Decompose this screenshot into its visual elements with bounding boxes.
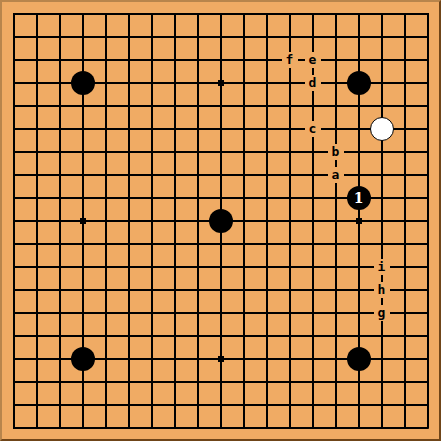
- intersection-19-4[interactable]: [416, 71, 439, 94]
- intersection-17-1[interactable]: [370, 2, 393, 25]
- intersection-5-5[interactable]: [94, 94, 117, 117]
- intersection-19-5[interactable]: [416, 94, 439, 117]
- intersection-14-17[interactable]: [301, 370, 324, 393]
- intersection-13-14[interactable]: [278, 301, 301, 324]
- intersection-6-18[interactable]: [117, 393, 140, 416]
- intersection-6-16[interactable]: [117, 347, 140, 370]
- intersection-5-9[interactable]: [94, 186, 117, 209]
- intersection-4-10[interactable]: [71, 209, 94, 232]
- intersection-18-11[interactable]: [393, 232, 416, 255]
- intersection-17-7[interactable]: [370, 140, 393, 163]
- intersection-17-17[interactable]: [370, 370, 393, 393]
- intersection-10-8[interactable]: [209, 163, 232, 186]
- intersection-15-12[interactable]: [324, 255, 347, 278]
- intersection-18-7[interactable]: [393, 140, 416, 163]
- intersection-2-16[interactable]: [25, 347, 48, 370]
- intersection-3-16[interactable]: [48, 347, 71, 370]
- intersection-1-4[interactable]: [2, 71, 25, 94]
- intersection-9-7[interactable]: [186, 140, 209, 163]
- intersection-1-5[interactable]: [2, 94, 25, 117]
- intersection-5-6[interactable]: [94, 117, 117, 140]
- intersection-8-4[interactable]: [163, 71, 186, 94]
- intersection-9-19[interactable]: [186, 416, 209, 439]
- intersection-11-10[interactable]: [232, 209, 255, 232]
- intersection-2-13[interactable]: [25, 278, 48, 301]
- intersection-10-15[interactable]: [209, 324, 232, 347]
- intersection-5-16[interactable]: [94, 347, 117, 370]
- intersection-16-4[interactable]: [347, 71, 370, 94]
- intersection-12-15[interactable]: [255, 324, 278, 347]
- intersection-7-7[interactable]: [140, 140, 163, 163]
- intersection-9-6[interactable]: [186, 117, 209, 140]
- intersection-9-2[interactable]: [186, 25, 209, 48]
- intersection-3-13[interactable]: [48, 278, 71, 301]
- intersection-3-6[interactable]: [48, 117, 71, 140]
- intersection-18-16[interactable]: [393, 347, 416, 370]
- intersection-19-8[interactable]: [416, 163, 439, 186]
- intersection-13-16[interactable]: [278, 347, 301, 370]
- intersection-9-13[interactable]: [186, 278, 209, 301]
- intersection-17-6[interactable]: [370, 117, 393, 140]
- intersection-16-2[interactable]: [347, 25, 370, 48]
- intersection-15-8[interactable]: a: [324, 163, 347, 186]
- intersection-8-15[interactable]: [163, 324, 186, 347]
- intersection-8-6[interactable]: [163, 117, 186, 140]
- intersection-3-15[interactable]: [48, 324, 71, 347]
- intersection-12-4[interactable]: [255, 71, 278, 94]
- intersection-2-12[interactable]: [25, 255, 48, 278]
- intersection-13-5[interactable]: [278, 94, 301, 117]
- intersection-9-5[interactable]: [186, 94, 209, 117]
- intersection-10-6[interactable]: [209, 117, 232, 140]
- intersection-2-4[interactable]: [25, 71, 48, 94]
- intersection-10-16[interactable]: [209, 347, 232, 370]
- intersection-18-13[interactable]: [393, 278, 416, 301]
- intersection-2-10[interactable]: [25, 209, 48, 232]
- intersection-3-2[interactable]: [48, 25, 71, 48]
- intersection-13-13[interactable]: [278, 278, 301, 301]
- intersection-15-17[interactable]: [324, 370, 347, 393]
- intersection-8-13[interactable]: [163, 278, 186, 301]
- intersection-2-18[interactable]: [25, 393, 48, 416]
- intersection-14-3[interactable]: e: [301, 48, 324, 71]
- intersection-5-12[interactable]: [94, 255, 117, 278]
- intersection-17-14[interactable]: g: [370, 301, 393, 324]
- intersection-19-11[interactable]: [416, 232, 439, 255]
- intersection-17-2[interactable]: [370, 25, 393, 48]
- intersection-3-3[interactable]: [48, 48, 71, 71]
- intersection-6-14[interactable]: [117, 301, 140, 324]
- intersection-10-13[interactable]: [209, 278, 232, 301]
- intersection-4-19[interactable]: [71, 416, 94, 439]
- intersection-16-6[interactable]: [347, 117, 370, 140]
- intersection-6-13[interactable]: [117, 278, 140, 301]
- intersection-3-14[interactable]: [48, 301, 71, 324]
- intersection-18-3[interactable]: [393, 48, 416, 71]
- intersection-5-15[interactable]: [94, 324, 117, 347]
- intersection-6-19[interactable]: [117, 416, 140, 439]
- intersection-17-8[interactable]: [370, 163, 393, 186]
- intersection-10-5[interactable]: [209, 94, 232, 117]
- intersection-13-3[interactable]: f: [278, 48, 301, 71]
- intersection-14-19[interactable]: [301, 416, 324, 439]
- intersection-1-19[interactable]: [2, 416, 25, 439]
- intersection-18-18[interactable]: [393, 393, 416, 416]
- intersection-5-1[interactable]: [94, 2, 117, 25]
- intersection-13-11[interactable]: [278, 232, 301, 255]
- intersection-9-12[interactable]: [186, 255, 209, 278]
- intersection-12-11[interactable]: [255, 232, 278, 255]
- intersection-7-14[interactable]: [140, 301, 163, 324]
- intersection-8-2[interactable]: [163, 25, 186, 48]
- intersection-13-12[interactable]: [278, 255, 301, 278]
- intersection-12-9[interactable]: [255, 186, 278, 209]
- intersection-14-5[interactable]: [301, 94, 324, 117]
- intersection-11-12[interactable]: [232, 255, 255, 278]
- intersection-16-16[interactable]: [347, 347, 370, 370]
- intersection-2-11[interactable]: [25, 232, 48, 255]
- intersection-9-3[interactable]: [186, 48, 209, 71]
- intersection-7-1[interactable]: [140, 2, 163, 25]
- intersection-15-10[interactable]: [324, 209, 347, 232]
- intersection-14-11[interactable]: [301, 232, 324, 255]
- intersection-19-17[interactable]: [416, 370, 439, 393]
- intersection-6-11[interactable]: [117, 232, 140, 255]
- intersection-5-10[interactable]: [94, 209, 117, 232]
- intersection-18-17[interactable]: [393, 370, 416, 393]
- intersection-12-16[interactable]: [255, 347, 278, 370]
- intersection-18-8[interactable]: [393, 163, 416, 186]
- intersection-18-10[interactable]: [393, 209, 416, 232]
- intersection-6-5[interactable]: [117, 94, 140, 117]
- intersection-8-7[interactable]: [163, 140, 186, 163]
- intersection-11-2[interactable]: [232, 25, 255, 48]
- intersection-1-9[interactable]: [2, 186, 25, 209]
- intersection-7-10[interactable]: [140, 209, 163, 232]
- intersection-6-4[interactable]: [117, 71, 140, 94]
- intersection-14-7[interactable]: [301, 140, 324, 163]
- intersection-17-16[interactable]: [370, 347, 393, 370]
- intersection-15-18[interactable]: [324, 393, 347, 416]
- intersection-7-3[interactable]: [140, 48, 163, 71]
- intersection-12-12[interactable]: [255, 255, 278, 278]
- intersection-15-19[interactable]: [324, 416, 347, 439]
- intersection-3-5[interactable]: [48, 94, 71, 117]
- intersection-12-10[interactable]: [255, 209, 278, 232]
- intersection-8-5[interactable]: [163, 94, 186, 117]
- intersection-15-1[interactable]: [324, 2, 347, 25]
- intersection-3-19[interactable]: [48, 416, 71, 439]
- intersection-13-17[interactable]: [278, 370, 301, 393]
- intersection-10-17[interactable]: [209, 370, 232, 393]
- intersection-18-4[interactable]: [393, 71, 416, 94]
- intersection-7-19[interactable]: [140, 416, 163, 439]
- intersection-10-1[interactable]: [209, 2, 232, 25]
- intersection-16-5[interactable]: [347, 94, 370, 117]
- intersection-14-8[interactable]: [301, 163, 324, 186]
- intersection-2-8[interactable]: [25, 163, 48, 186]
- intersection-10-9[interactable]: [209, 186, 232, 209]
- intersection-5-11[interactable]: [94, 232, 117, 255]
- intersection-14-13[interactable]: [301, 278, 324, 301]
- intersection-13-2[interactable]: [278, 25, 301, 48]
- intersection-11-6[interactable]: [232, 117, 255, 140]
- intersection-9-9[interactable]: [186, 186, 209, 209]
- intersection-8-16[interactable]: [163, 347, 186, 370]
- intersection-14-10[interactable]: [301, 209, 324, 232]
- intersection-12-13[interactable]: [255, 278, 278, 301]
- intersection-15-4[interactable]: [324, 71, 347, 94]
- intersection-2-3[interactable]: [25, 48, 48, 71]
- intersection-2-5[interactable]: [25, 94, 48, 117]
- intersection-6-8[interactable]: [117, 163, 140, 186]
- intersection-3-17[interactable]: [48, 370, 71, 393]
- intersection-10-2[interactable]: [209, 25, 232, 48]
- intersection-14-6[interactable]: c: [301, 117, 324, 140]
- intersection-8-18[interactable]: [163, 393, 186, 416]
- intersection-13-10[interactable]: [278, 209, 301, 232]
- intersection-3-9[interactable]: [48, 186, 71, 209]
- intersection-6-1[interactable]: [117, 2, 140, 25]
- intersection-8-19[interactable]: [163, 416, 186, 439]
- intersection-19-10[interactable]: [416, 209, 439, 232]
- intersection-13-19[interactable]: [278, 416, 301, 439]
- intersection-18-12[interactable]: [393, 255, 416, 278]
- intersection-5-18[interactable]: [94, 393, 117, 416]
- intersection-14-4[interactable]: d: [301, 71, 324, 94]
- intersection-9-18[interactable]: [186, 393, 209, 416]
- intersection-10-10[interactable]: [209, 209, 232, 232]
- intersection-12-6[interactable]: [255, 117, 278, 140]
- intersection-12-7[interactable]: [255, 140, 278, 163]
- intersection-7-15[interactable]: [140, 324, 163, 347]
- intersection-3-8[interactable]: [48, 163, 71, 186]
- intersection-1-7[interactable]: [2, 140, 25, 163]
- intersection-19-1[interactable]: [416, 2, 439, 25]
- intersection-2-19[interactable]: [25, 416, 48, 439]
- intersection-2-6[interactable]: [25, 117, 48, 140]
- intersection-10-3[interactable]: [209, 48, 232, 71]
- intersection-4-5[interactable]: [71, 94, 94, 117]
- intersection-7-6[interactable]: [140, 117, 163, 140]
- intersection-2-9[interactable]: [25, 186, 48, 209]
- intersection-9-11[interactable]: [186, 232, 209, 255]
- intersection-7-16[interactable]: [140, 347, 163, 370]
- intersection-13-4[interactable]: [278, 71, 301, 94]
- intersection-4-17[interactable]: [71, 370, 94, 393]
- intersection-18-14[interactable]: [393, 301, 416, 324]
- intersection-12-17[interactable]: [255, 370, 278, 393]
- intersection-8-12[interactable]: [163, 255, 186, 278]
- intersection-17-5[interactable]: [370, 94, 393, 117]
- intersection-17-4[interactable]: [370, 71, 393, 94]
- intersection-8-14[interactable]: [163, 301, 186, 324]
- intersection-12-2[interactable]: [255, 25, 278, 48]
- intersection-16-10[interactable]: [347, 209, 370, 232]
- intersection-13-9[interactable]: [278, 186, 301, 209]
- intersection-5-4[interactable]: [94, 71, 117, 94]
- intersection-12-18[interactable]: [255, 393, 278, 416]
- intersection-1-15[interactable]: [2, 324, 25, 347]
- intersection-6-9[interactable]: [117, 186, 140, 209]
- intersection-1-13[interactable]: [2, 278, 25, 301]
- intersection-11-18[interactable]: [232, 393, 255, 416]
- intersection-15-2[interactable]: [324, 25, 347, 48]
- intersection-5-2[interactable]: [94, 25, 117, 48]
- intersection-13-15[interactable]: [278, 324, 301, 347]
- intersection-14-14[interactable]: [301, 301, 324, 324]
- intersection-4-9[interactable]: [71, 186, 94, 209]
- intersection-14-9[interactable]: [301, 186, 324, 209]
- intersection-4-18[interactable]: [71, 393, 94, 416]
- intersection-1-3[interactable]: [2, 48, 25, 71]
- intersection-15-3[interactable]: [324, 48, 347, 71]
- intersection-17-3[interactable]: [370, 48, 393, 71]
- intersection-16-8[interactable]: [347, 163, 370, 186]
- intersection-11-13[interactable]: [232, 278, 255, 301]
- intersection-19-7[interactable]: [416, 140, 439, 163]
- intersection-9-10[interactable]: [186, 209, 209, 232]
- intersection-17-10[interactable]: [370, 209, 393, 232]
- intersection-11-9[interactable]: [232, 186, 255, 209]
- intersection-3-7[interactable]: [48, 140, 71, 163]
- intersection-1-16[interactable]: [2, 347, 25, 370]
- intersection-16-18[interactable]: [347, 393, 370, 416]
- intersection-3-4[interactable]: [48, 71, 71, 94]
- intersection-11-4[interactable]: [232, 71, 255, 94]
- intersection-10-7[interactable]: [209, 140, 232, 163]
- intersection-16-3[interactable]: [347, 48, 370, 71]
- intersection-1-10[interactable]: [2, 209, 25, 232]
- intersection-18-2[interactable]: [393, 25, 416, 48]
- intersection-9-16[interactable]: [186, 347, 209, 370]
- intersection-3-18[interactable]: [48, 393, 71, 416]
- intersection-1-18[interactable]: [2, 393, 25, 416]
- intersection-5-17[interactable]: [94, 370, 117, 393]
- intersection-9-4[interactable]: [186, 71, 209, 94]
- intersection-8-8[interactable]: [163, 163, 186, 186]
- intersection-3-11[interactable]: [48, 232, 71, 255]
- intersection-6-17[interactable]: [117, 370, 140, 393]
- intersection-4-8[interactable]: [71, 163, 94, 186]
- intersection-19-13[interactable]: [416, 278, 439, 301]
- intersection-15-14[interactable]: [324, 301, 347, 324]
- intersection-4-16[interactable]: [71, 347, 94, 370]
- intersection-18-19[interactable]: [393, 416, 416, 439]
- intersection-9-17[interactable]: [186, 370, 209, 393]
- intersection-7-2[interactable]: [140, 25, 163, 48]
- intersection-10-11[interactable]: [209, 232, 232, 255]
- intersection-16-12[interactable]: [347, 255, 370, 278]
- intersection-3-10[interactable]: [48, 209, 71, 232]
- intersection-7-13[interactable]: [140, 278, 163, 301]
- intersection-13-7[interactable]: [278, 140, 301, 163]
- intersection-3-1[interactable]: [48, 2, 71, 25]
- intersection-5-13[interactable]: [94, 278, 117, 301]
- intersection-19-2[interactable]: [416, 25, 439, 48]
- intersection-17-12[interactable]: i: [370, 255, 393, 278]
- intersection-19-16[interactable]: [416, 347, 439, 370]
- intersection-11-3[interactable]: [232, 48, 255, 71]
- intersection-15-5[interactable]: [324, 94, 347, 117]
- intersection-15-13[interactable]: [324, 278, 347, 301]
- intersection-1-12[interactable]: [2, 255, 25, 278]
- intersection-12-3[interactable]: [255, 48, 278, 71]
- intersection-12-19[interactable]: [255, 416, 278, 439]
- intersection-4-11[interactable]: [71, 232, 94, 255]
- intersection-5-3[interactable]: [94, 48, 117, 71]
- intersection-11-17[interactable]: [232, 370, 255, 393]
- intersection-14-16[interactable]: [301, 347, 324, 370]
- intersection-7-4[interactable]: [140, 71, 163, 94]
- intersection-11-16[interactable]: [232, 347, 255, 370]
- intersection-17-19[interactable]: [370, 416, 393, 439]
- intersection-6-2[interactable]: [117, 25, 140, 48]
- intersection-1-14[interactable]: [2, 301, 25, 324]
- intersection-10-12[interactable]: [209, 255, 232, 278]
- intersection-4-12[interactable]: [71, 255, 94, 278]
- intersection-13-8[interactable]: [278, 163, 301, 186]
- intersection-17-9[interactable]: [370, 186, 393, 209]
- intersection-1-2[interactable]: [2, 25, 25, 48]
- intersection-14-1[interactable]: [301, 2, 324, 25]
- intersection-19-6[interactable]: [416, 117, 439, 140]
- intersection-6-12[interactable]: [117, 255, 140, 278]
- intersection-2-14[interactable]: [25, 301, 48, 324]
- intersection-4-7[interactable]: [71, 140, 94, 163]
- intersection-5-14[interactable]: [94, 301, 117, 324]
- intersection-4-4[interactable]: [71, 71, 94, 94]
- intersection-16-11[interactable]: [347, 232, 370, 255]
- intersection-1-6[interactable]: [2, 117, 25, 140]
- intersection-11-5[interactable]: [232, 94, 255, 117]
- intersection-11-19[interactable]: [232, 416, 255, 439]
- intersection-12-5[interactable]: [255, 94, 278, 117]
- intersection-2-1[interactable]: [25, 2, 48, 25]
- intersection-19-18[interactable]: [416, 393, 439, 416]
- intersection-4-2[interactable]: [71, 25, 94, 48]
- intersection-7-5[interactable]: [140, 94, 163, 117]
- intersection-11-14[interactable]: [232, 301, 255, 324]
- intersection-4-14[interactable]: [71, 301, 94, 324]
- intersection-2-7[interactable]: [25, 140, 48, 163]
- intersection-19-9[interactable]: [416, 186, 439, 209]
- intersection-18-5[interactable]: [393, 94, 416, 117]
- intersection-8-17[interactable]: [163, 370, 186, 393]
- intersection-16-7[interactable]: [347, 140, 370, 163]
- intersection-11-8[interactable]: [232, 163, 255, 186]
- intersection-17-11[interactable]: [370, 232, 393, 255]
- intersection-6-6[interactable]: [117, 117, 140, 140]
- intersection-19-19[interactable]: [416, 416, 439, 439]
- intersection-7-11[interactable]: [140, 232, 163, 255]
- intersection-7-18[interactable]: [140, 393, 163, 416]
- intersection-12-1[interactable]: [255, 2, 278, 25]
- intersection-1-8[interactable]: [2, 163, 25, 186]
- intersection-11-15[interactable]: [232, 324, 255, 347]
- intersection-13-1[interactable]: [278, 2, 301, 25]
- intersection-10-19[interactable]: [209, 416, 232, 439]
- intersection-3-12[interactable]: [48, 255, 71, 278]
- intersection-7-17[interactable]: [140, 370, 163, 393]
- intersection-4-1[interactable]: [71, 2, 94, 25]
- intersection-5-19[interactable]: [94, 416, 117, 439]
- intersection-14-2[interactable]: [301, 25, 324, 48]
- intersection-16-19[interactable]: [347, 416, 370, 439]
- intersection-4-15[interactable]: [71, 324, 94, 347]
- intersection-17-13[interactable]: h: [370, 278, 393, 301]
- intersection-16-13[interactable]: [347, 278, 370, 301]
